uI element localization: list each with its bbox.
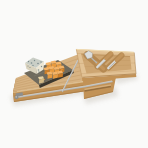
slicer-knob-highlight [15, 96, 17, 98]
scene-canvas: Bamboo cheese board and tools set Slide-… [0, 0, 148, 148]
product-photo: Bamboo cheese board and tools set Slide-… [0, 0, 148, 148]
